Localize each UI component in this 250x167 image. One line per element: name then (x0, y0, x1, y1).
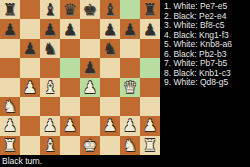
black-pawn[interactable]: ♟ (123, 20, 137, 39)
square-h6[interactable] (140, 39, 160, 58)
square-h4[interactable] (140, 78, 160, 97)
square-b7[interactable] (20, 19, 40, 38)
square-f4[interactable] (100, 78, 120, 97)
square-c5[interactable] (40, 58, 60, 77)
square-a8[interactable]: ♜ (0, 0, 20, 19)
white-pawn[interactable]: ♟ (143, 116, 157, 135)
square-e6[interactable] (80, 39, 100, 58)
white-pawn[interactable]: ♟ (103, 116, 117, 135)
white-rook[interactable]: ♜ (3, 136, 17, 155)
square-c3[interactable] (40, 97, 60, 116)
black-pawn[interactable]: ♟ (103, 20, 117, 39)
square-g4[interactable]: ♛ (120, 78, 140, 97)
square-c1[interactable]: ♝ (40, 136, 60, 155)
white-rook[interactable]: ♜ (143, 136, 157, 155)
square-d1[interactable] (60, 136, 80, 155)
square-h3[interactable] (140, 97, 160, 116)
square-a3[interactable]: ♞ (0, 97, 20, 116)
black-king[interactable]: ♚ (83, 0, 97, 19)
square-h8[interactable]: ♜ (140, 0, 160, 19)
square-c8[interactable]: ♝ (40, 0, 60, 19)
square-f3[interactable] (100, 97, 120, 116)
square-b8[interactable] (20, 0, 40, 19)
square-e8[interactable]: ♚ (80, 0, 100, 19)
square-b5[interactable] (20, 58, 40, 77)
square-c4[interactable]: ♝ (40, 78, 60, 97)
white-king[interactable]: ♚ (83, 136, 97, 155)
square-f2[interactable]: ♟ (100, 116, 120, 135)
square-g6[interactable] (120, 39, 140, 58)
square-a2[interactable]: ♟ (0, 116, 20, 135)
square-e7[interactable] (80, 19, 100, 38)
square-e1[interactable]: ♚ (80, 136, 100, 155)
white-pawn[interactable]: ♟ (123, 116, 137, 135)
square-g2[interactable]: ♟ (120, 116, 140, 135)
square-b2[interactable] (20, 116, 40, 135)
square-g3[interactable] (120, 97, 140, 116)
chess-applet: ♜♝♛♚♝♜♟♟♟♟♟♟♟♞♞♟♟♝♟♛♞♟♟♟♟♟♟♜♝♚♞♜ 1. Whit… (0, 0, 250, 167)
black-pawn[interactable]: ♟ (23, 39, 37, 58)
chess-board[interactable]: ♜♝♛♚♝♜♟♟♟♟♟♟♟♞♞♟♟♝♟♛♞♟♟♟♟♟♟♜♝♚♞♜ (0, 0, 160, 155)
square-f7[interactable]: ♟ (100, 19, 120, 38)
black-rook[interactable]: ♜ (143, 0, 157, 19)
black-pawn[interactable]: ♟ (43, 20, 57, 39)
white-bishop[interactable]: ♝ (43, 78, 57, 97)
square-h2[interactable]: ♟ (140, 116, 160, 135)
white-pawn[interactable]: ♟ (3, 116, 17, 135)
move-list-panel: 1. White: Pe7-e52. Black: Pe2-e43. White… (160, 0, 250, 155)
square-d6[interactable] (60, 39, 80, 58)
white-pawn[interactable]: ♟ (63, 116, 77, 135)
square-h7[interactable]: ♟ (140, 19, 160, 38)
square-f6[interactable]: ♞ (100, 39, 120, 58)
square-e5[interactable]: ♟ (80, 58, 100, 77)
white-knight[interactable]: ♞ (3, 97, 17, 116)
black-queen[interactable]: ♛ (63, 0, 77, 19)
square-a1[interactable]: ♜ (0, 136, 20, 155)
white-queen[interactable]: ♛ (123, 78, 137, 97)
black-rook[interactable]: ♜ (3, 0, 17, 19)
black-bishop[interactable]: ♝ (103, 0, 117, 19)
square-b3[interactable] (20, 97, 40, 116)
square-c2[interactable]: ♟ (40, 116, 60, 135)
white-pawn[interactable]: ♟ (43, 116, 57, 135)
square-c7[interactable]: ♟ (40, 19, 60, 38)
square-g1[interactable]: ♞ (120, 136, 140, 155)
status-bar: Black turn. (0, 155, 250, 167)
square-d3[interactable] (60, 97, 80, 116)
square-e4[interactable]: ♟ (80, 78, 100, 97)
black-pawn[interactable]: ♟ (3, 20, 17, 39)
black-pawn[interactable]: ♟ (143, 20, 157, 39)
square-d5[interactable] (60, 58, 80, 77)
square-g5[interactable] (120, 58, 140, 77)
black-pawn[interactable]: ♟ (63, 20, 77, 39)
square-a6[interactable] (0, 39, 20, 58)
turn-indicator: Black turn. (0, 156, 42, 166)
square-f8[interactable]: ♝ (100, 0, 120, 19)
square-b6[interactable]: ♟ (20, 39, 40, 58)
square-b4[interactable]: ♟ (20, 78, 40, 97)
square-d8[interactable]: ♛ (60, 0, 80, 19)
square-d2[interactable]: ♟ (60, 116, 80, 135)
square-b1[interactable] (20, 136, 40, 155)
square-f5[interactable] (100, 58, 120, 77)
black-knight[interactable]: ♞ (103, 39, 117, 58)
square-a4[interactable] (0, 78, 20, 97)
square-g8[interactable] (120, 0, 140, 19)
black-knight[interactable]: ♞ (43, 39, 57, 58)
white-bishop[interactable]: ♝ (43, 136, 57, 155)
black-bishop[interactable]: ♝ (43, 0, 57, 19)
square-e2[interactable] (80, 116, 100, 135)
square-a7[interactable]: ♟ (0, 19, 20, 38)
square-h1[interactable]: ♜ (140, 136, 160, 155)
square-g7[interactable]: ♟ (120, 19, 140, 38)
square-h5[interactable] (140, 58, 160, 77)
move-list-item: 9. White: Qd8-g5 (160, 78, 250, 88)
white-knight[interactable]: ♞ (123, 136, 137, 155)
square-e3[interactable] (80, 97, 100, 116)
square-a5[interactable] (0, 58, 20, 77)
white-pawn[interactable]: ♟ (23, 78, 37, 97)
black-pawn[interactable]: ♟ (83, 58, 97, 77)
square-d7[interactable]: ♟ (60, 19, 80, 38)
square-d4[interactable] (60, 78, 80, 97)
square-c6[interactable]: ♞ (40, 39, 60, 58)
square-f1[interactable] (100, 136, 120, 155)
white-pawn[interactable]: ♟ (83, 78, 97, 97)
